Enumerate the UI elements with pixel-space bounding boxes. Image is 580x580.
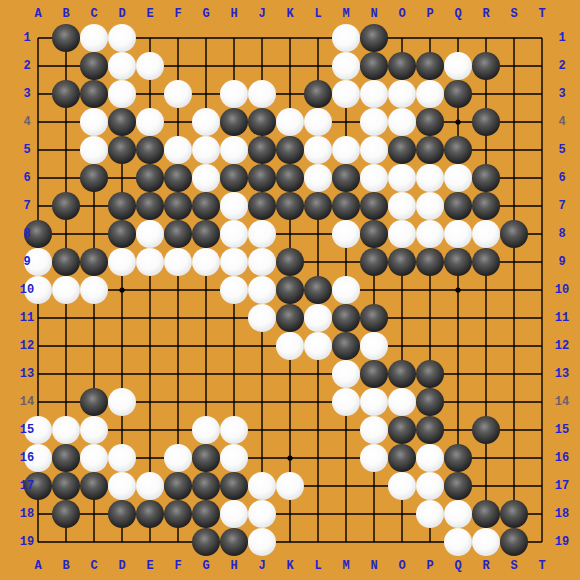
intersection-S7[interactable] xyxy=(500,192,528,220)
intersection-P1[interactable] xyxy=(416,24,444,52)
intersection-K6[interactable] xyxy=(276,164,304,192)
intersection-N16[interactable] xyxy=(360,444,388,472)
intersection-J7[interactable] xyxy=(248,192,276,220)
intersection-P13[interactable] xyxy=(416,360,444,388)
intersection-K1[interactable] xyxy=(276,24,304,52)
intersection-D4[interactable] xyxy=(108,108,136,136)
intersection-G8[interactable] xyxy=(192,220,220,248)
intersection-S11[interactable] xyxy=(500,304,528,332)
intersection-N8[interactable] xyxy=(360,220,388,248)
intersection-K16[interactable] xyxy=(276,444,304,472)
intersection-H1[interactable] xyxy=(220,24,248,52)
intersection-D3[interactable] xyxy=(108,80,136,108)
intersection-R7[interactable] xyxy=(472,192,500,220)
intersection-K13[interactable] xyxy=(276,360,304,388)
intersection-C7[interactable] xyxy=(80,192,108,220)
intersection-C8[interactable] xyxy=(80,220,108,248)
intersection-N18[interactable] xyxy=(360,500,388,528)
intersection-Q3[interactable] xyxy=(444,80,472,108)
intersection-G1[interactable] xyxy=(192,24,220,52)
intersection-Q18[interactable] xyxy=(444,500,472,528)
intersection-D1[interactable] xyxy=(108,24,136,52)
intersection-T12[interactable] xyxy=(528,332,556,360)
intersection-S1[interactable] xyxy=(500,24,528,52)
intersection-S15[interactable] xyxy=(500,416,528,444)
intersection-N3[interactable] xyxy=(360,80,388,108)
intersection-P17[interactable] xyxy=(416,472,444,500)
intersection-B19[interactable] xyxy=(52,528,80,556)
intersection-P11[interactable] xyxy=(416,304,444,332)
intersection-R11[interactable] xyxy=(472,304,500,332)
intersection-J11[interactable] xyxy=(248,304,276,332)
intersection-D5[interactable] xyxy=(108,136,136,164)
intersection-Q1[interactable] xyxy=(444,24,472,52)
intersection-Q17[interactable] xyxy=(444,472,472,500)
intersection-D10[interactable] xyxy=(108,276,136,304)
intersection-N2[interactable] xyxy=(360,52,388,80)
intersection-B7[interactable] xyxy=(52,192,80,220)
intersection-O19[interactable] xyxy=(388,528,416,556)
intersection-J17[interactable] xyxy=(248,472,276,500)
intersection-T7[interactable] xyxy=(528,192,556,220)
intersection-L10[interactable] xyxy=(304,276,332,304)
intersection-C1[interactable] xyxy=(80,24,108,52)
intersection-B11[interactable] xyxy=(52,304,80,332)
intersection-C18[interactable] xyxy=(80,500,108,528)
intersection-F4[interactable] xyxy=(164,108,192,136)
intersection-J6[interactable] xyxy=(248,164,276,192)
intersection-M13[interactable] xyxy=(332,360,360,388)
intersection-O12[interactable] xyxy=(388,332,416,360)
intersection-S9[interactable] xyxy=(500,248,528,276)
intersection-K15[interactable] xyxy=(276,416,304,444)
intersection-M15[interactable] xyxy=(332,416,360,444)
intersection-K2[interactable] xyxy=(276,52,304,80)
intersection-T1[interactable] xyxy=(528,24,556,52)
intersection-E9[interactable] xyxy=(136,248,164,276)
intersection-O15[interactable] xyxy=(388,416,416,444)
intersection-E12[interactable] xyxy=(136,332,164,360)
intersection-H2[interactable] xyxy=(220,52,248,80)
intersection-C16[interactable] xyxy=(80,444,108,472)
intersection-H12[interactable] xyxy=(220,332,248,360)
intersection-P6[interactable] xyxy=(416,164,444,192)
intersection-F5[interactable] xyxy=(164,136,192,164)
intersection-R17[interactable] xyxy=(472,472,500,500)
intersection-P3[interactable] xyxy=(416,80,444,108)
intersection-O7[interactable] xyxy=(388,192,416,220)
intersection-C14[interactable] xyxy=(80,388,108,416)
intersection-J1[interactable] xyxy=(248,24,276,52)
intersection-H13[interactable] xyxy=(220,360,248,388)
intersection-B15[interactable] xyxy=(52,416,80,444)
intersection-S8[interactable] xyxy=(500,220,528,248)
intersection-H17[interactable] xyxy=(220,472,248,500)
intersection-K14[interactable] xyxy=(276,388,304,416)
intersection-M6[interactable] xyxy=(332,164,360,192)
intersection-K19[interactable] xyxy=(276,528,304,556)
intersection-M9[interactable] xyxy=(332,248,360,276)
intersection-L5[interactable] xyxy=(304,136,332,164)
intersection-N12[interactable] xyxy=(360,332,388,360)
intersection-H11[interactable] xyxy=(220,304,248,332)
intersection-J19[interactable] xyxy=(248,528,276,556)
intersection-F15[interactable] xyxy=(164,416,192,444)
intersection-S14[interactable] xyxy=(500,388,528,416)
intersection-K4[interactable] xyxy=(276,108,304,136)
intersection-B12[interactable] xyxy=(52,332,80,360)
intersection-Q10[interactable] xyxy=(444,276,472,304)
intersection-Q7[interactable] xyxy=(444,192,472,220)
intersection-P14[interactable] xyxy=(416,388,444,416)
intersection-T18[interactable] xyxy=(528,500,556,528)
intersection-H7[interactable] xyxy=(220,192,248,220)
intersection-O10[interactable] xyxy=(388,276,416,304)
intersection-T16[interactable] xyxy=(528,444,556,472)
intersection-J2[interactable] xyxy=(248,52,276,80)
intersection-H8[interactable] xyxy=(220,220,248,248)
intersection-L17[interactable] xyxy=(304,472,332,500)
intersection-O17[interactable] xyxy=(388,472,416,500)
intersection-C11[interactable] xyxy=(80,304,108,332)
intersection-J8[interactable] xyxy=(248,220,276,248)
intersection-M19[interactable] xyxy=(332,528,360,556)
intersection-T14[interactable] xyxy=(528,388,556,416)
intersection-P8[interactable] xyxy=(416,220,444,248)
intersection-S4[interactable] xyxy=(500,108,528,136)
intersection-R13[interactable] xyxy=(472,360,500,388)
intersection-T6[interactable] xyxy=(528,164,556,192)
intersection-Q5[interactable] xyxy=(444,136,472,164)
intersection-M10[interactable] xyxy=(332,276,360,304)
intersection-G10[interactable] xyxy=(192,276,220,304)
intersection-J14[interactable] xyxy=(248,388,276,416)
intersection-M4[interactable] xyxy=(332,108,360,136)
intersection-L4[interactable] xyxy=(304,108,332,136)
intersection-D12[interactable] xyxy=(108,332,136,360)
intersection-P7[interactable] xyxy=(416,192,444,220)
intersection-S17[interactable] xyxy=(500,472,528,500)
intersection-P9[interactable] xyxy=(416,248,444,276)
intersection-R5[interactable] xyxy=(472,136,500,164)
intersection-H3[interactable] xyxy=(220,80,248,108)
intersection-K10[interactable] xyxy=(276,276,304,304)
intersection-M8[interactable] xyxy=(332,220,360,248)
intersection-T2[interactable] xyxy=(528,52,556,80)
intersection-P2[interactable] xyxy=(416,52,444,80)
intersection-D9[interactable] xyxy=(108,248,136,276)
intersection-S19[interactable] xyxy=(500,528,528,556)
intersection-L7[interactable] xyxy=(304,192,332,220)
intersection-S2[interactable] xyxy=(500,52,528,80)
intersection-Q8[interactable] xyxy=(444,220,472,248)
intersection-G3[interactable] xyxy=(192,80,220,108)
intersection-D18[interactable] xyxy=(108,500,136,528)
intersection-O5[interactable] xyxy=(388,136,416,164)
intersection-G18[interactable] xyxy=(192,500,220,528)
intersection-G11[interactable] xyxy=(192,304,220,332)
intersection-O2[interactable] xyxy=(388,52,416,80)
intersection-B16[interactable] xyxy=(52,444,80,472)
intersection-F17[interactable] xyxy=(164,472,192,500)
intersection-F19[interactable] xyxy=(164,528,192,556)
intersection-K7[interactable] xyxy=(276,192,304,220)
intersection-Q2[interactable] xyxy=(444,52,472,80)
intersection-F7[interactable] xyxy=(164,192,192,220)
intersection-K18[interactable] xyxy=(276,500,304,528)
intersection-R4[interactable] xyxy=(472,108,500,136)
intersection-R16[interactable] xyxy=(472,444,500,472)
intersection-K5[interactable] xyxy=(276,136,304,164)
intersection-T9[interactable] xyxy=(528,248,556,276)
intersection-N6[interactable] xyxy=(360,164,388,192)
intersection-N15[interactable] xyxy=(360,416,388,444)
intersection-C17[interactable] xyxy=(80,472,108,500)
intersection-L6[interactable] xyxy=(304,164,332,192)
intersection-L16[interactable] xyxy=(304,444,332,472)
intersection-T11[interactable] xyxy=(528,304,556,332)
intersection-B2[interactable] xyxy=(52,52,80,80)
intersection-M7[interactable] xyxy=(332,192,360,220)
intersection-B18[interactable] xyxy=(52,500,80,528)
intersection-N14[interactable] xyxy=(360,388,388,416)
intersection-N10[interactable] xyxy=(360,276,388,304)
intersection-P16[interactable] xyxy=(416,444,444,472)
intersection-C12[interactable] xyxy=(80,332,108,360)
intersection-B10[interactable] xyxy=(52,276,80,304)
intersection-D14[interactable] xyxy=(108,388,136,416)
intersection-F14[interactable] xyxy=(164,388,192,416)
intersection-P12[interactable] xyxy=(416,332,444,360)
intersection-F11[interactable] xyxy=(164,304,192,332)
intersection-Q16[interactable] xyxy=(444,444,472,472)
intersection-Q4[interactable] xyxy=(444,108,472,136)
intersection-F1[interactable] xyxy=(164,24,192,52)
intersection-Q19[interactable] xyxy=(444,528,472,556)
intersection-C10[interactable] xyxy=(80,276,108,304)
intersection-S3[interactable] xyxy=(500,80,528,108)
intersection-T19[interactable] xyxy=(528,528,556,556)
intersection-P10[interactable] xyxy=(416,276,444,304)
intersection-G15[interactable] xyxy=(192,416,220,444)
intersection-D13[interactable] xyxy=(108,360,136,388)
intersection-H19[interactable] xyxy=(220,528,248,556)
intersection-J13[interactable] xyxy=(248,360,276,388)
intersection-E11[interactable] xyxy=(136,304,164,332)
intersection-Q6[interactable] xyxy=(444,164,472,192)
intersection-C2[interactable] xyxy=(80,52,108,80)
intersection-L19[interactable] xyxy=(304,528,332,556)
intersection-B8[interactable] xyxy=(52,220,80,248)
intersection-K8[interactable] xyxy=(276,220,304,248)
intersection-M16[interactable] xyxy=(332,444,360,472)
intersection-H9[interactable] xyxy=(220,248,248,276)
intersection-P4[interactable] xyxy=(416,108,444,136)
intersection-T17[interactable] xyxy=(528,472,556,500)
intersection-O6[interactable] xyxy=(388,164,416,192)
intersection-M3[interactable] xyxy=(332,80,360,108)
intersection-C19[interactable] xyxy=(80,528,108,556)
intersection-P5[interactable] xyxy=(416,136,444,164)
intersection-L15[interactable] xyxy=(304,416,332,444)
intersection-D6[interactable] xyxy=(108,164,136,192)
intersection-F6[interactable] xyxy=(164,164,192,192)
intersection-S6[interactable] xyxy=(500,164,528,192)
intersection-O9[interactable] xyxy=(388,248,416,276)
intersection-L18[interactable] xyxy=(304,500,332,528)
intersection-J18[interactable] xyxy=(248,500,276,528)
intersection-R3[interactable] xyxy=(472,80,500,108)
intersection-M14[interactable] xyxy=(332,388,360,416)
intersection-J5[interactable] xyxy=(248,136,276,164)
intersection-E5[interactable] xyxy=(136,136,164,164)
intersection-H14[interactable] xyxy=(220,388,248,416)
intersection-N1[interactable] xyxy=(360,24,388,52)
intersection-N9[interactable] xyxy=(360,248,388,276)
intersection-H15[interactable] xyxy=(220,416,248,444)
intersection-P19[interactable] xyxy=(416,528,444,556)
intersection-S5[interactable] xyxy=(500,136,528,164)
intersection-B14[interactable] xyxy=(52,388,80,416)
intersection-R19[interactable] xyxy=(472,528,500,556)
intersection-Q13[interactable] xyxy=(444,360,472,388)
intersection-S10[interactable] xyxy=(500,276,528,304)
intersection-N11[interactable] xyxy=(360,304,388,332)
intersection-D15[interactable] xyxy=(108,416,136,444)
intersection-C6[interactable] xyxy=(80,164,108,192)
intersection-K11[interactable] xyxy=(276,304,304,332)
intersection-Q11[interactable] xyxy=(444,304,472,332)
intersection-G5[interactable] xyxy=(192,136,220,164)
intersection-G19[interactable] xyxy=(192,528,220,556)
intersection-E17[interactable] xyxy=(136,472,164,500)
intersection-F8[interactable] xyxy=(164,220,192,248)
intersection-D7[interactable] xyxy=(108,192,136,220)
intersection-L2[interactable] xyxy=(304,52,332,80)
intersection-B6[interactable] xyxy=(52,164,80,192)
intersection-J12[interactable] xyxy=(248,332,276,360)
intersection-H6[interactable] xyxy=(220,164,248,192)
intersection-S18[interactable] xyxy=(500,500,528,528)
intersection-O3[interactable] xyxy=(388,80,416,108)
intersection-G13[interactable] xyxy=(192,360,220,388)
intersection-G17[interactable] xyxy=(192,472,220,500)
intersection-E16[interactable] xyxy=(136,444,164,472)
intersection-H18[interactable] xyxy=(220,500,248,528)
intersection-E8[interactable] xyxy=(136,220,164,248)
intersection-F3[interactable] xyxy=(164,80,192,108)
intersection-O14[interactable] xyxy=(388,388,416,416)
intersection-C9[interactable] xyxy=(80,248,108,276)
intersection-B1[interactable] xyxy=(52,24,80,52)
intersection-B3[interactable] xyxy=(52,80,80,108)
intersection-T3[interactable] xyxy=(528,80,556,108)
intersection-N17[interactable] xyxy=(360,472,388,500)
intersection-N7[interactable] xyxy=(360,192,388,220)
intersection-D17[interactable] xyxy=(108,472,136,500)
intersection-N5[interactable] xyxy=(360,136,388,164)
intersection-L12[interactable] xyxy=(304,332,332,360)
intersection-F16[interactable] xyxy=(164,444,192,472)
intersection-G9[interactable] xyxy=(192,248,220,276)
intersection-H4[interactable] xyxy=(220,108,248,136)
intersection-R18[interactable] xyxy=(472,500,500,528)
intersection-S13[interactable] xyxy=(500,360,528,388)
intersection-T13[interactable] xyxy=(528,360,556,388)
intersection-C5[interactable] xyxy=(80,136,108,164)
intersection-M5[interactable] xyxy=(332,136,360,164)
intersection-G14[interactable] xyxy=(192,388,220,416)
intersection-M1[interactable] xyxy=(332,24,360,52)
intersection-N4[interactable] xyxy=(360,108,388,136)
intersection-R8[interactable] xyxy=(472,220,500,248)
intersection-M17[interactable] xyxy=(332,472,360,500)
intersection-E1[interactable] xyxy=(136,24,164,52)
intersection-Q9[interactable] xyxy=(444,248,472,276)
intersection-O4[interactable] xyxy=(388,108,416,136)
intersection-R2[interactable] xyxy=(472,52,500,80)
intersection-D2[interactable] xyxy=(108,52,136,80)
intersection-M12[interactable] xyxy=(332,332,360,360)
intersection-L9[interactable] xyxy=(304,248,332,276)
intersection-C13[interactable] xyxy=(80,360,108,388)
intersection-T4[interactable] xyxy=(528,108,556,136)
intersection-T10[interactable] xyxy=(528,276,556,304)
intersection-Q14[interactable] xyxy=(444,388,472,416)
intersection-B13[interactable] xyxy=(52,360,80,388)
intersection-E13[interactable] xyxy=(136,360,164,388)
intersection-M2[interactable] xyxy=(332,52,360,80)
intersection-K3[interactable] xyxy=(276,80,304,108)
intersection-S16[interactable] xyxy=(500,444,528,472)
intersection-F10[interactable] xyxy=(164,276,192,304)
intersection-E3[interactable] xyxy=(136,80,164,108)
intersection-R12[interactable] xyxy=(472,332,500,360)
intersection-R1[interactable] xyxy=(472,24,500,52)
intersection-R15[interactable] xyxy=(472,416,500,444)
intersection-B5[interactable] xyxy=(52,136,80,164)
intersection-L1[interactable] xyxy=(304,24,332,52)
intersection-R9[interactable] xyxy=(472,248,500,276)
intersection-L8[interactable] xyxy=(304,220,332,248)
intersection-G6[interactable] xyxy=(192,164,220,192)
intersection-G12[interactable] xyxy=(192,332,220,360)
intersection-H16[interactable] xyxy=(220,444,248,472)
intersection-L11[interactable] xyxy=(304,304,332,332)
intersection-K17[interactable] xyxy=(276,472,304,500)
intersection-J10[interactable] xyxy=(248,276,276,304)
intersection-B17[interactable] xyxy=(52,472,80,500)
intersection-Q12[interactable] xyxy=(444,332,472,360)
intersection-R10[interactable] xyxy=(472,276,500,304)
intersection-C4[interactable] xyxy=(80,108,108,136)
intersection-S12[interactable] xyxy=(500,332,528,360)
intersection-G4[interactable] xyxy=(192,108,220,136)
intersection-E15[interactable] xyxy=(136,416,164,444)
intersection-O18[interactable] xyxy=(388,500,416,528)
intersection-E18[interactable] xyxy=(136,500,164,528)
intersection-C15[interactable] xyxy=(80,416,108,444)
intersection-J16[interactable] xyxy=(248,444,276,472)
intersection-T8[interactable] xyxy=(528,220,556,248)
intersection-L14[interactable] xyxy=(304,388,332,416)
intersection-J15[interactable] xyxy=(248,416,276,444)
intersection-B9[interactable] xyxy=(52,248,80,276)
intersection-M11[interactable] xyxy=(332,304,360,332)
intersection-D16[interactable] xyxy=(108,444,136,472)
intersection-O8[interactable] xyxy=(388,220,416,248)
intersection-N19[interactable] xyxy=(360,528,388,556)
